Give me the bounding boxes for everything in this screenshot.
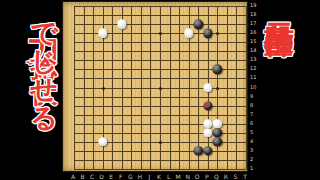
white-stone[interactable] bbox=[184, 28, 193, 37]
go-board-grid[interactable] bbox=[74, 6, 246, 169]
column-label: N bbox=[183, 173, 193, 180]
caption-character: る bbox=[29, 87, 60, 115]
black-stone[interactable] bbox=[213, 128, 222, 137]
column-label: B bbox=[78, 173, 88, 180]
row-label: 15 bbox=[250, 38, 259, 44]
row-label: 14 bbox=[250, 47, 259, 53]
row-label: 8 bbox=[250, 102, 259, 108]
row-label: 11 bbox=[250, 74, 259, 80]
column-label: C bbox=[87, 173, 97, 180]
row-label: 17 bbox=[250, 20, 259, 26]
go-board[interactable] bbox=[62, 1, 248, 172]
star-point bbox=[159, 87, 162, 90]
row-label: 5 bbox=[250, 129, 259, 135]
star-point bbox=[159, 141, 162, 144]
column-label: R bbox=[221, 173, 231, 180]
black-stone[interactable] bbox=[194, 19, 203, 28]
row-label: 19 bbox=[250, 2, 259, 8]
row-label: 9 bbox=[250, 93, 259, 99]
left-caption-vertical-text: 力で捻じ伏せる bbox=[27, 3, 61, 180]
black-stone[interactable] bbox=[213, 137, 222, 146]
white-stone[interactable] bbox=[203, 128, 212, 137]
column-label: L bbox=[164, 173, 174, 180]
grid-line-vertical bbox=[227, 6, 228, 169]
black-stone[interactable] bbox=[213, 65, 222, 74]
black-stone[interactable] bbox=[203, 28, 212, 37]
column-label: D bbox=[97, 173, 107, 180]
row-label: 3 bbox=[250, 147, 259, 153]
row-label: 1 bbox=[250, 165, 259, 171]
star-point bbox=[159, 32, 162, 35]
row-label: 4 bbox=[250, 138, 259, 144]
star-point bbox=[216, 87, 219, 90]
star-point bbox=[216, 32, 219, 35]
white-stone[interactable] bbox=[117, 19, 126, 28]
grid-line-horizontal bbox=[74, 106, 246, 107]
column-label: K bbox=[154, 173, 164, 180]
grid-line-horizontal bbox=[74, 115, 246, 116]
white-stone[interactable] bbox=[203, 83, 212, 92]
column-label: F bbox=[116, 173, 126, 180]
grid-line-vertical bbox=[179, 6, 180, 169]
grid-line-horizontal bbox=[74, 169, 246, 170]
right-caption-player-name: 仲邑菫二段 bbox=[264, 4, 294, 180]
caption-character: せ bbox=[29, 59, 60, 87]
grid-line-horizontal bbox=[74, 97, 246, 98]
grid-line-vertical bbox=[236, 6, 237, 169]
caption-character: で bbox=[29, 3, 60, 31]
grid-line-horizontal bbox=[74, 151, 246, 152]
row-label: 13 bbox=[250, 56, 259, 62]
column-label: P bbox=[202, 173, 212, 180]
column-label: H bbox=[135, 173, 145, 180]
row-label: 18 bbox=[250, 11, 259, 17]
last-move-marker-icon bbox=[205, 103, 209, 107]
white-stone[interactable] bbox=[98, 137, 107, 146]
grid-line-vertical bbox=[170, 6, 171, 169]
caption-character: じ bbox=[29, 31, 60, 59]
column-label: M bbox=[173, 173, 183, 180]
grid-line-vertical bbox=[246, 6, 247, 169]
star-point bbox=[102, 87, 105, 90]
column-label: S bbox=[230, 173, 240, 180]
column-label: G bbox=[125, 173, 135, 180]
white-stone[interactable] bbox=[213, 119, 222, 128]
black-stone[interactable] bbox=[203, 146, 212, 155]
column-label: O bbox=[192, 173, 202, 180]
white-stone[interactable] bbox=[203, 119, 212, 128]
grid-line-horizontal bbox=[74, 160, 246, 161]
row-label: 2 bbox=[250, 156, 259, 162]
black-stone[interactable] bbox=[203, 101, 212, 110]
grid-line-vertical bbox=[198, 6, 199, 169]
row-label: 6 bbox=[250, 120, 259, 126]
row-label: 12 bbox=[250, 65, 259, 71]
row-label: 10 bbox=[250, 84, 259, 90]
black-stone[interactable] bbox=[194, 146, 203, 155]
white-stone[interactable] bbox=[98, 28, 107, 37]
column-label: Q bbox=[211, 173, 221, 180]
column-label: T bbox=[240, 173, 250, 180]
column-label: J bbox=[144, 173, 154, 180]
row-label: 7 bbox=[250, 111, 259, 117]
row-label: 16 bbox=[250, 29, 259, 35]
column-label: A bbox=[68, 173, 78, 180]
column-label: E bbox=[106, 173, 116, 180]
